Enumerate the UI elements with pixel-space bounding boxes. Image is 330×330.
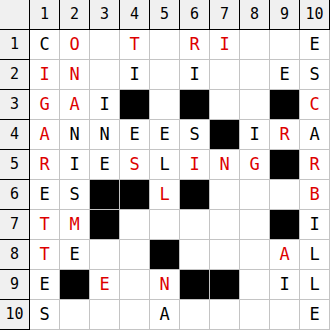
letter-2-6: I	[189, 66, 199, 83]
cell-6-5[interactable]: L	[150, 180, 180, 210]
letter-4-10: A	[309, 126, 319, 143]
letter-2-4: I	[129, 66, 139, 83]
cell-7-2[interactable]: M	[60, 210, 90, 240]
letter-1-10: E	[309, 36, 319, 53]
letter-10-5: A	[159, 306, 169, 323]
block-cell-3-9	[270, 90, 300, 120]
row-header-8: 8	[0, 240, 30, 270]
cell-10-5[interactable]: A	[150, 300, 180, 330]
letter-1-7: I	[219, 36, 229, 53]
letter-4-9: R	[279, 126, 289, 143]
row-header-2: 2	[0, 60, 30, 90]
cell-8-1[interactable]: T	[30, 240, 60, 270]
letter-9-1: E	[39, 276, 49, 293]
cell-2-4[interactable]: I	[120, 60, 150, 90]
row-header-7: 7	[0, 210, 30, 240]
cell-5-8[interactable]: G	[240, 150, 270, 180]
row-header-1: 1	[0, 30, 30, 60]
row-header-5: 5	[0, 150, 30, 180]
cell-1-4[interactable]: T	[120, 30, 150, 60]
cell-10-9[interactable]	[270, 300, 300, 330]
cell-8-9[interactable]: A	[270, 240, 300, 270]
cell-7-6[interactable]	[180, 210, 210, 240]
cell-9-1[interactable]: E	[30, 270, 60, 300]
row-header-6: 6	[0, 180, 30, 210]
cell-6-10[interactable]: B	[300, 180, 330, 210]
row-header-9: 9	[0, 270, 30, 300]
cell-2-2[interactable]: N	[60, 60, 90, 90]
letter-6-5: L	[159, 186, 169, 203]
letter-7-10: I	[309, 216, 319, 233]
cell-10-6[interactable]	[180, 300, 210, 330]
cell-4-4[interactable]: E	[120, 120, 150, 150]
cell-1-10[interactable]: E	[300, 30, 330, 60]
block-cell-4-7	[210, 120, 240, 150]
col-header-6: 6	[180, 0, 210, 30]
letter-8-10: L	[309, 246, 319, 263]
cell-7-7[interactable]	[210, 210, 240, 240]
letter-4-4: E	[129, 126, 139, 143]
letter-1-6: R	[189, 36, 199, 53]
cell-5-4[interactable]: S	[120, 150, 150, 180]
cell-5-1[interactable]: R	[30, 150, 60, 180]
cell-1-5[interactable]	[150, 30, 180, 60]
letter-2-10: S	[309, 66, 319, 83]
col-header-1: 1	[30, 0, 60, 30]
letter-9-3: E	[99, 276, 109, 293]
cell-9-3[interactable]: E	[90, 270, 120, 300]
cell-3-2[interactable]: A	[60, 90, 90, 120]
cell-2-9[interactable]: E	[270, 60, 300, 90]
col-header-4: 4	[120, 0, 150, 30]
block-cell-6-3	[90, 180, 120, 210]
cell-7-10[interactable]: I	[300, 210, 330, 240]
cell-2-8[interactable]	[240, 60, 270, 90]
row-header-3: 3	[0, 90, 30, 120]
block-cell-6-6	[180, 180, 210, 210]
cell-1-9[interactable]	[270, 30, 300, 60]
cell-2-1[interactable]: I	[30, 60, 60, 90]
letter-8-2: E	[69, 246, 79, 263]
letter-7-1: T	[39, 216, 49, 233]
letter-4-3: N	[99, 126, 109, 143]
letter-3-2: A	[69, 96, 79, 113]
letter-9-5: N	[159, 276, 169, 293]
col-header-5: 5	[150, 0, 180, 30]
cell-1-3[interactable]	[90, 30, 120, 60]
col-header-8: 8	[240, 0, 270, 30]
cell-4-10[interactable]: A	[300, 120, 330, 150]
letter-4-8: I	[249, 126, 259, 143]
cell-5-7[interactable]: N	[210, 150, 240, 180]
letter-6-1: E	[39, 186, 49, 203]
cell-1-8[interactable]	[240, 30, 270, 60]
cell-4-2[interactable]: N	[60, 120, 90, 150]
cell-2-10[interactable]: S	[300, 60, 330, 90]
cell-7-5[interactable]	[150, 210, 180, 240]
letter-4-1: A	[39, 126, 49, 143]
cell-3-5[interactable]	[150, 90, 180, 120]
cell-10-2[interactable]	[60, 300, 90, 330]
cell-4-3[interactable]: N	[90, 120, 120, 150]
cell-10-4[interactable]	[120, 300, 150, 330]
cell-2-3[interactable]	[90, 60, 120, 90]
letter-5-2: I	[69, 156, 79, 173]
letter-2-1: I	[39, 66, 49, 83]
cell-3-3[interactable]: I	[90, 90, 120, 120]
cell-8-7[interactable]	[210, 240, 240, 270]
cell-10-10[interactable]: E	[300, 300, 330, 330]
cell-5-5[interactable]: L	[150, 150, 180, 180]
row-header-10: 10	[0, 300, 30, 330]
cell-6-9[interactable]	[270, 180, 300, 210]
cell-2-6[interactable]: I	[180, 60, 210, 90]
letter-7-2: M	[69, 216, 79, 233]
col-header-3: 3	[90, 0, 120, 30]
cell-3-7[interactable]	[210, 90, 240, 120]
cell-2-7[interactable]	[210, 60, 240, 90]
cell-10-3[interactable]	[90, 300, 120, 330]
col-header-2: 2	[60, 0, 90, 30]
letter-1-4: T	[129, 36, 139, 53]
block-cell-9-7	[210, 270, 240, 300]
cell-4-1[interactable]: A	[30, 120, 60, 150]
cell-9-10[interactable]: L	[300, 270, 330, 300]
block-cell-9-6	[180, 270, 210, 300]
letter-5-5: L	[159, 156, 169, 173]
cell-3-1[interactable]: G	[30, 90, 60, 120]
cell-7-8[interactable]	[240, 210, 270, 240]
block-cell-6-4	[120, 180, 150, 210]
cell-8-8[interactable]	[240, 240, 270, 270]
letter-10-1: S	[39, 306, 49, 323]
cell-10-1[interactable]: S	[30, 300, 60, 330]
cell-4-8[interactable]: I	[240, 120, 270, 150]
letter-5-4: S	[129, 156, 139, 173]
cell-8-3[interactable]	[90, 240, 120, 270]
cell-4-5[interactable]: E	[150, 120, 180, 150]
cell-8-4[interactable]	[120, 240, 150, 270]
letter-4-2: N	[69, 126, 79, 143]
cell-5-3[interactable]: E	[90, 150, 120, 180]
col-header-10: 10	[300, 0, 330, 30]
block-cell-5-9	[270, 150, 300, 180]
cell-2-5[interactable]	[150, 60, 180, 90]
cell-9-5[interactable]: N	[150, 270, 180, 300]
letter-5-7: N	[219, 156, 229, 173]
cell-8-10[interactable]: L	[300, 240, 330, 270]
cell-3-10[interactable]: C	[300, 90, 330, 120]
letter-2-9: E	[279, 66, 289, 83]
cell-1-1[interactable]: C	[30, 30, 60, 60]
block-cell-3-4	[120, 90, 150, 120]
letter-5-6: I	[189, 156, 199, 173]
corner-cell	[0, 0, 30, 30]
cell-9-9[interactable]: I	[270, 270, 300, 300]
cell-6-8[interactable]	[240, 180, 270, 210]
letter-5-8: G	[249, 156, 259, 173]
col-header-9: 9	[270, 0, 300, 30]
block-cell-7-3	[90, 210, 120, 240]
letter-5-1: R	[39, 156, 49, 173]
cell-7-4[interactable]	[120, 210, 150, 240]
cell-6-1[interactable]: E	[30, 180, 60, 210]
letter-1-2: O	[69, 36, 79, 53]
letter-3-10: C	[309, 96, 319, 113]
cell-10-8[interactable]	[240, 300, 270, 330]
letter-6-10: B	[309, 186, 319, 203]
block-cell-8-5	[150, 240, 180, 270]
cell-7-1[interactable]: T	[30, 210, 60, 240]
cell-6-7[interactable]	[210, 180, 240, 210]
cell-8-6[interactable]	[180, 240, 210, 270]
cell-5-6[interactable]: I	[180, 150, 210, 180]
letter-6-2: S	[69, 186, 79, 203]
letter-3-1: G	[39, 96, 49, 113]
block-cell-9-2	[60, 270, 90, 300]
cell-5-10[interactable]: R	[300, 150, 330, 180]
letter-10-10: E	[309, 306, 319, 323]
cell-10-7[interactable]	[210, 300, 240, 330]
letter-8-9: A	[279, 246, 289, 263]
letter-9-9: I	[279, 276, 289, 293]
cell-1-7[interactable]: I	[210, 30, 240, 60]
cell-3-8[interactable]	[240, 90, 270, 120]
letter-2-2: N	[69, 66, 79, 83]
letter-5-10: R	[309, 156, 319, 173]
letter-5-3: E	[99, 156, 109, 173]
cell-8-2[interactable]: E	[60, 240, 90, 270]
block-cell-3-6	[180, 90, 210, 120]
cell-4-9[interactable]: R	[270, 120, 300, 150]
cell-4-6[interactable]: S	[180, 120, 210, 150]
col-header-7: 7	[210, 0, 240, 30]
block-cell-7-9	[270, 210, 300, 240]
letter-9-10: L	[309, 276, 319, 293]
letter-8-1: T	[39, 246, 49, 263]
row-header-4: 4	[0, 120, 30, 150]
letter-4-5: E	[159, 126, 169, 143]
cell-6-2[interactable]: S	[60, 180, 90, 210]
cell-1-2[interactable]: O	[60, 30, 90, 60]
cell-9-4[interactable]	[120, 270, 150, 300]
cell-5-2[interactable]: I	[60, 150, 90, 180]
letter-4-6: S	[189, 126, 199, 143]
crossword-grid: 123456789101COTRIE2INIIES3GAIC4ANNEESIRA…	[0, 0, 330, 330]
letter-3-3: I	[99, 96, 109, 113]
letter-1-1: C	[39, 36, 49, 53]
cell-1-6[interactable]: R	[180, 30, 210, 60]
cell-9-8[interactable]	[240, 270, 270, 300]
